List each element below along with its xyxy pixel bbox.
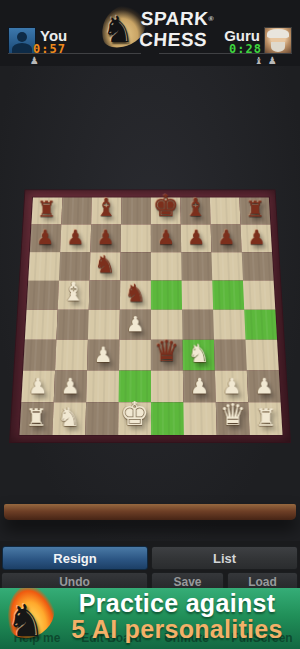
square-h5[interactable] (243, 281, 275, 310)
square-f5[interactable] (182, 281, 214, 310)
square-e3[interactable]: ♛ (151, 340, 183, 371)
square-h3[interactable] (246, 340, 279, 371)
square-b2[interactable]: ♟ (54, 371, 87, 403)
square-g8[interactable] (210, 198, 241, 225)
ad-banner[interactable]: Help me Edit Board Unmute FullScreen ♞ P… (0, 588, 300, 649)
guru-beard (271, 42, 285, 52)
player-panel-you: You 0:57 (8, 27, 148, 55)
square-c2[interactable] (86, 371, 119, 403)
piece-white-pawn-b2[interactable]: ♟ (54, 376, 86, 398)
ad-line-2: 5 AI personalities (56, 616, 298, 642)
top-bar: ♞ SPARK® CHESS You 0:57 Guru 0:28 ♟ (0, 0, 300, 66)
square-f3[interactable]: ♞ (182, 340, 214, 371)
square-g5[interactable] (212, 281, 244, 310)
square-a7[interactable]: ♟ (30, 224, 61, 252)
list-button[interactable]: List (151, 546, 298, 570)
sparkchess-app: ♞ SPARK® CHESS You 0:57 Guru 0:28 ♟ (0, 0, 300, 649)
knight-icon: ♞ (6, 599, 45, 643)
square-b7[interactable]: ♟ (60, 224, 91, 252)
piece-black-knight-c6[interactable]: ♞ (90, 252, 121, 276)
piece-white-pawn-d4[interactable]: ♟ (119, 314, 150, 335)
board-frame: ♜♝♚♝♜♟♟♟♟♟♟♟♞♝♞♟♟♛♞♟♟♟♟♟♜♞♚♛♜ (9, 190, 291, 443)
board-tilt: ♜♝♚♝♜♟♟♟♟♟♟♟♞♝♞♟♟♛♞♟♟♟♟♟♜♞♚♛♜ (9, 190, 291, 443)
piece-black-pawn-a7[interactable]: ♟ (30, 228, 60, 248)
square-f2[interactable]: ♟ (183, 371, 216, 403)
piece-white-rook-h1[interactable]: ♜ (249, 406, 282, 430)
captured-tray-guru: ♝ ♟ (254, 55, 278, 66)
resign-button[interactable]: Resign (2, 546, 148, 570)
square-h6[interactable] (242, 252, 274, 280)
ad-text: Practice against 5 AI personalities (56, 590, 298, 642)
piece-white-queen-g1[interactable]: ♛ (217, 400, 250, 430)
square-a2[interactable]: ♟ (21, 371, 55, 403)
square-d6[interactable] (120, 252, 151, 280)
square-e5[interactable] (151, 281, 182, 310)
square-a5[interactable] (27, 281, 59, 310)
piece-black-pawn-c7[interactable]: ♟ (91, 228, 121, 248)
avatar-guru[interactable] (264, 27, 292, 54)
piece-black-pawn-g7[interactable]: ♟ (211, 228, 241, 248)
player-panel-guru: Guru 0:28 (152, 27, 292, 55)
square-g1[interactable]: ♛ (216, 402, 250, 435)
piece-white-pawn-c3[interactable]: ♟ (87, 345, 119, 366)
square-h8[interactable]: ♜ (239, 198, 270, 225)
piece-black-pawn-h7[interactable]: ♟ (242, 228, 272, 248)
square-g4[interactable] (213, 310, 245, 340)
square-f6[interactable] (181, 252, 212, 280)
square-a6[interactable] (28, 252, 60, 280)
square-c4[interactable] (88, 310, 120, 340)
square-e6[interactable] (151, 252, 182, 280)
square-a8[interactable]: ♜ (31, 198, 62, 225)
square-b4[interactable] (56, 310, 88, 340)
piece-white-knight-b1[interactable]: ♞ (53, 404, 86, 430)
piece-black-pawn-f7[interactable]: ♟ (181, 228, 211, 248)
piece-white-pawn-a2[interactable]: ♟ (22, 376, 54, 398)
square-b8[interactable] (61, 198, 92, 225)
square-c6[interactable]: ♞ (90, 252, 121, 280)
piece-black-bishop-c8[interactable]: ♝ (91, 196, 121, 220)
square-h2[interactable]: ♟ (247, 371, 281, 403)
piece-black-rook-a8[interactable]: ♜ (32, 199, 62, 221)
chess-board[interactable]: ♜♝♚♝♜♟♟♟♟♟♟♟♞♝♞♟♟♛♞♟♟♟♟♟♜♞♚♛♜ (19, 198, 282, 435)
square-f1[interactable] (183, 402, 216, 435)
square-f8[interactable]: ♝ (180, 198, 210, 225)
square-g3[interactable] (214, 340, 247, 371)
piece-white-pawn-f2[interactable]: ♟ (183, 376, 215, 398)
square-e1[interactable] (151, 402, 184, 435)
piece-black-rook-h8[interactable]: ♜ (240, 199, 270, 221)
square-e2[interactable] (151, 371, 183, 403)
captured-tray-you: ♟ (30, 55, 40, 66)
square-d8[interactable] (121, 198, 151, 225)
square-d4[interactable]: ♟ (119, 310, 151, 340)
guru-hair (267, 29, 289, 38)
piece-black-queen-e3[interactable]: ♛ (151, 337, 183, 366)
square-c8[interactable]: ♝ (91, 198, 121, 225)
square-c3[interactable]: ♟ (87, 340, 119, 371)
avatar-you[interactable] (8, 27, 36, 54)
square-g7[interactable]: ♟ (211, 224, 242, 252)
piece-white-pawn-h2[interactable]: ♟ (248, 376, 280, 398)
square-h7[interactable]: ♟ (241, 224, 272, 252)
square-g6[interactable] (211, 252, 243, 280)
square-d3[interactable] (119, 340, 151, 371)
piece-black-king-e8[interactable]: ♚ (151, 191, 181, 221)
square-c1[interactable] (85, 402, 118, 435)
square-f7[interactable]: ♟ (181, 224, 212, 252)
piece-white-king-d1[interactable]: ♚ (118, 397, 151, 430)
logo-word-spark: SPARK (140, 8, 209, 29)
piece-black-bishop-f8[interactable]: ♝ (181, 196, 211, 220)
square-b6[interactable] (59, 252, 90, 280)
square-d1[interactable]: ♚ (118, 402, 151, 435)
square-h4[interactable] (244, 310, 277, 340)
board-area: ♜♝♚♝♜♟♟♟♟♟♟♟♞♝♞♟♟♛♞♟♟♟♟♟♜♞♚♛♜ (0, 66, 300, 541)
piece-white-pawn-g2[interactable]: ♟ (216, 376, 248, 398)
square-h1[interactable]: ♜ (248, 402, 282, 435)
square-b1[interactable]: ♞ (52, 402, 86, 435)
board-front-edge (4, 504, 296, 520)
square-f4[interactable] (182, 310, 214, 340)
square-c5[interactable] (89, 281, 120, 310)
piece-white-rook-a1[interactable]: ♜ (20, 406, 53, 430)
square-b5[interactable]: ♝ (58, 281, 90, 310)
square-a1[interactable]: ♜ (19, 402, 53, 435)
divider-right (159, 53, 292, 54)
square-c7[interactable]: ♟ (90, 224, 121, 252)
square-a3[interactable] (23, 340, 56, 371)
square-e7[interactable]: ♟ (151, 224, 181, 252)
ad-line-1: Practice against (56, 590, 298, 616)
registered-mark: ® (208, 15, 214, 22)
square-d5[interactable]: ♞ (120, 281, 151, 310)
square-b3[interactable] (55, 340, 88, 371)
piece-white-bishop-b5[interactable]: ♝ (58, 280, 89, 305)
avatar-silhouette-head (17, 32, 27, 42)
divider-left (8, 53, 141, 54)
flaming-knight-icon: ♞ (0, 588, 58, 649)
bottom-controls: Resign List Undo Save Load Help me Edit … (0, 541, 300, 649)
square-a4[interactable] (25, 310, 58, 340)
piece-white-knight-f3[interactable]: ♞ (183, 341, 215, 366)
piece-black-pawn-e7[interactable]: ♟ (151, 228, 181, 248)
square-d7[interactable] (121, 224, 151, 252)
board-scene: ♜♝♚♝♜♟♟♟♟♟♟♟♞♝♞♟♟♛♞♟♟♟♟♟♜♞♚♛♜ (9, 161, 291, 443)
square-e8[interactable]: ♚ (151, 198, 181, 225)
piece-black-pawn-b7[interactable]: ♟ (60, 228, 90, 248)
piece-black-knight-d5[interactable]: ♞ (120, 281, 151, 305)
